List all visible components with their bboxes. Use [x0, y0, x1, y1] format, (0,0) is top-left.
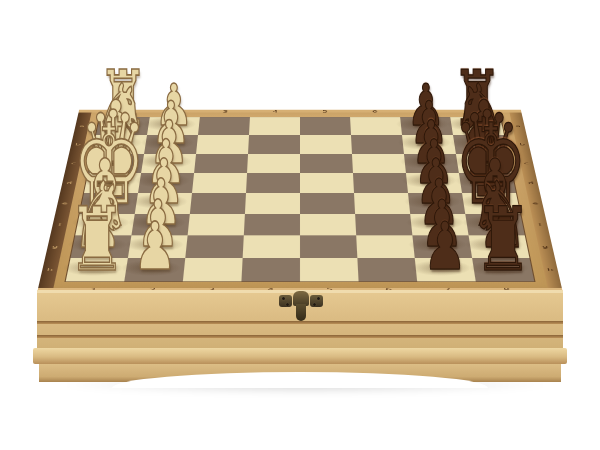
square-c6 [352, 154, 406, 173]
square-f5 [300, 214, 356, 236]
square-h3 [183, 258, 243, 281]
base-seam [37, 335, 563, 338]
rank-label-far: 3 [223, 110, 229, 113]
file-label-right: g [542, 245, 549, 249]
square-a3 [198, 117, 250, 135]
square-a4 [249, 117, 300, 135]
chess-box-photo: 11aa22bb33cc44dd55ee66ff77gg88hh ♜♞♝♛♚♝♞… [0, 0, 600, 450]
square-e4 [245, 193, 300, 214]
square-b5 [300, 135, 352, 154]
square-c3 [194, 154, 248, 173]
square-d6 [353, 173, 408, 193]
clasp-screw [282, 297, 285, 300]
file-label-left: h [46, 268, 53, 272]
rank-label-far: 5 [322, 110, 327, 113]
square-f3 [188, 214, 245, 236]
square-e5 [300, 193, 355, 214]
square-a5 [300, 117, 351, 135]
square-d3 [192, 173, 247, 193]
square-g5 [300, 235, 357, 258]
piece-black-pawn: ♟ [422, 228, 468, 280]
square-e3 [190, 193, 246, 214]
square-d4 [246, 173, 300, 193]
clasp-screw [317, 297, 320, 300]
rank-label-far: 4 [272, 110, 277, 113]
square-g4 [243, 235, 300, 258]
rank-label-far: 6 [372, 110, 378, 113]
file-label-right: h [547, 268, 554, 272]
clasp-screw [313, 303, 316, 306]
square-h5 [300, 258, 359, 281]
piece-white-rook: ♜ [66, 215, 128, 284]
file-label-left: g [52, 245, 59, 249]
file-label-right: f [538, 223, 542, 227]
clasp-screw [286, 303, 289, 306]
square-f4 [244, 214, 300, 236]
square-g3 [185, 235, 244, 258]
square-a6 [350, 117, 402, 135]
square-c5 [300, 154, 353, 173]
square-d5 [300, 173, 354, 193]
square-b6 [351, 135, 404, 154]
square-b3 [196, 135, 249, 154]
square-b4 [248, 135, 300, 154]
square-h4 [241, 258, 300, 281]
square-e6 [354, 193, 410, 214]
piece-white-pawn: ♟ [132, 228, 178, 280]
clasp-tongue [296, 304, 306, 321]
square-c4 [247, 154, 300, 173]
piece-black-rook: ♜ [472, 215, 534, 284]
brass-clasp-icon [279, 291, 323, 325]
square-f6 [355, 214, 412, 236]
file-label-right: e [532, 202, 538, 205]
square-h6 [357, 258, 417, 281]
square-g6 [356, 235, 415, 258]
box-base-molding [33, 348, 567, 364]
